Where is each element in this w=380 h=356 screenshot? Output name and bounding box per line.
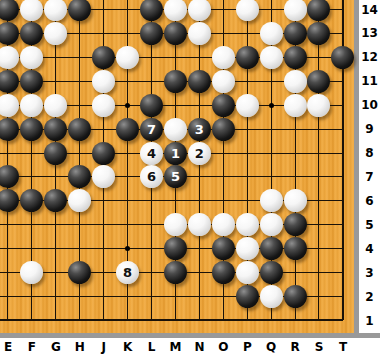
black-stone-J12 bbox=[92, 46, 115, 69]
board-point-L7[interactable]: 6 bbox=[140, 165, 164, 189]
white-stone-H6 bbox=[68, 189, 91, 212]
board-point-L3[interactable] bbox=[140, 261, 164, 285]
board-point-G1[interactable] bbox=[44, 309, 68, 333]
board-point-E12[interactable] bbox=[0, 45, 20, 69]
board-point-N1[interactable] bbox=[187, 309, 211, 333]
board-point-K7[interactable] bbox=[116, 165, 140, 189]
board-point-E7[interactable] bbox=[0, 165, 20, 189]
board-point-J2[interactable] bbox=[92, 285, 116, 309]
board-point-K12[interactable] bbox=[116, 45, 140, 69]
black-stone-M8: 1 bbox=[164, 142, 187, 165]
board-point-M13[interactable] bbox=[163, 21, 187, 45]
board-point-E1[interactable] bbox=[0, 309, 20, 333]
go-board: 73412658 bbox=[0, 0, 354, 333]
board-point-M1[interactable] bbox=[163, 309, 187, 333]
white-stone-P4 bbox=[236, 237, 259, 260]
black-stone-E6 bbox=[0, 189, 19, 212]
board-point-F11[interactable] bbox=[20, 69, 44, 93]
board-point-E5[interactable] bbox=[0, 213, 20, 237]
board-point-E8[interactable] bbox=[0, 141, 20, 165]
board-point-L2[interactable] bbox=[140, 285, 164, 309]
column-label-F: F bbox=[28, 339, 36, 355]
board-point-R1[interactable] bbox=[283, 309, 307, 333]
board-point-G6[interactable] bbox=[44, 189, 68, 213]
board-point-R12[interactable] bbox=[283, 45, 307, 69]
board-point-G8[interactable] bbox=[44, 141, 68, 165]
board-point-M4[interactable] bbox=[163, 237, 187, 261]
white-stone-P10 bbox=[236, 94, 259, 117]
board-point-M6[interactable] bbox=[163, 189, 187, 213]
board-point-N12[interactable] bbox=[187, 45, 211, 69]
board-point-N6[interactable] bbox=[187, 189, 211, 213]
board-point-M9[interactable] bbox=[163, 117, 187, 141]
board-point-L1[interactable] bbox=[140, 309, 164, 333]
board-point-L10[interactable] bbox=[140, 93, 164, 117]
board-point-O2[interactable] bbox=[211, 285, 235, 309]
white-stone-N5 bbox=[188, 213, 211, 236]
board-point-E3[interactable] bbox=[0, 261, 20, 285]
board-point-E11[interactable] bbox=[0, 69, 20, 93]
board-point-G14[interactable] bbox=[44, 0, 68, 21]
white-stone-R14 bbox=[284, 0, 307, 21]
board-point-J3[interactable] bbox=[92, 261, 116, 285]
board-point-T1[interactable] bbox=[331, 309, 355, 333]
board-point-M11[interactable] bbox=[163, 69, 187, 93]
board-point-L6[interactable] bbox=[140, 189, 164, 213]
black-stone-R5 bbox=[284, 213, 307, 236]
board-point-T14[interactable] bbox=[331, 0, 355, 21]
board-point-Q1[interactable] bbox=[259, 309, 283, 333]
board-point-G12[interactable] bbox=[44, 45, 68, 69]
board-point-M10[interactable] bbox=[163, 93, 187, 117]
board-point-M2[interactable] bbox=[163, 285, 187, 309]
white-stone-G10 bbox=[44, 94, 67, 117]
board-point-H4[interactable] bbox=[68, 237, 92, 261]
board-point-S13[interactable] bbox=[307, 21, 331, 45]
black-stone-K9 bbox=[116, 118, 139, 141]
board-point-Q7[interactable] bbox=[259, 165, 283, 189]
star-point-Q10 bbox=[269, 103, 274, 108]
board-point-H7[interactable] bbox=[68, 165, 92, 189]
board-point-J8[interactable] bbox=[92, 141, 116, 165]
row-label-12: 12 bbox=[359, 48, 380, 66]
board-point-J10[interactable] bbox=[92, 93, 116, 117]
board-point-K9[interactable] bbox=[116, 117, 140, 141]
black-stone-F9 bbox=[20, 118, 43, 141]
board-point-M8[interactable]: 1 bbox=[163, 141, 187, 165]
board-point-O9[interactable] bbox=[211, 117, 235, 141]
board-point-P3[interactable] bbox=[235, 261, 259, 285]
board-point-Q11[interactable] bbox=[259, 69, 283, 93]
white-stone-Q13 bbox=[260, 22, 283, 45]
board-point-G5[interactable] bbox=[44, 213, 68, 237]
black-stone-E14 bbox=[0, 0, 19, 21]
black-stone-R2 bbox=[284, 285, 307, 308]
white-stone-Q6 bbox=[260, 189, 283, 212]
black-stone-P2 bbox=[236, 285, 259, 308]
black-stone-F13 bbox=[20, 22, 43, 45]
row-label-6: 6 bbox=[359, 192, 380, 210]
board-point-F10[interactable] bbox=[20, 93, 44, 117]
white-stone-N14 bbox=[188, 0, 211, 21]
column-label-P: P bbox=[243, 339, 252, 355]
row-label-4: 4 bbox=[359, 240, 380, 258]
board-point-Q2[interactable] bbox=[259, 285, 283, 309]
board-point-P10[interactable] bbox=[235, 93, 259, 117]
board-point-J9[interactable] bbox=[92, 117, 116, 141]
board-point-G3[interactable] bbox=[44, 261, 68, 285]
board-point-Q9[interactable] bbox=[259, 117, 283, 141]
board-point-P9[interactable] bbox=[235, 117, 259, 141]
board-point-N11[interactable] bbox=[187, 69, 211, 93]
board-point-F4[interactable] bbox=[20, 237, 44, 261]
board-point-K8[interactable] bbox=[116, 141, 140, 165]
white-stone-J11 bbox=[92, 70, 115, 93]
black-stone-E11 bbox=[0, 70, 19, 93]
column-label-K: K bbox=[123, 339, 132, 355]
board-point-O11[interactable] bbox=[211, 69, 235, 93]
board-point-J13[interactable] bbox=[92, 21, 116, 45]
black-stone-Q3 bbox=[260, 261, 283, 284]
board-point-M7[interactable]: 5 bbox=[163, 165, 187, 189]
board-point-K13[interactable] bbox=[116, 21, 140, 45]
board-point-H13[interactable] bbox=[68, 21, 92, 45]
board-point-N2[interactable] bbox=[187, 285, 211, 309]
row-label-13: 13 bbox=[359, 24, 380, 42]
board-point-N3[interactable] bbox=[187, 261, 211, 285]
black-stone-O10 bbox=[212, 94, 235, 117]
board-point-K4[interactable] bbox=[116, 237, 140, 261]
board-point-N7[interactable] bbox=[187, 165, 211, 189]
black-stone-N9: 3 bbox=[188, 118, 211, 141]
board-point-P7[interactable] bbox=[235, 165, 259, 189]
board-point-E6[interactable] bbox=[0, 189, 20, 213]
white-stone-L8: 4 bbox=[140, 142, 163, 165]
column-label-J: J bbox=[101, 339, 105, 355]
black-stone-G6 bbox=[44, 189, 67, 212]
board-point-K14[interactable] bbox=[116, 0, 140, 21]
black-stone-L9: 7 bbox=[140, 118, 163, 141]
board-point-H5[interactable] bbox=[68, 213, 92, 237]
black-stone-O4 bbox=[212, 237, 235, 260]
board-point-P4[interactable] bbox=[235, 237, 259, 261]
board-point-R7[interactable] bbox=[283, 165, 307, 189]
board-point-R10[interactable] bbox=[283, 93, 307, 117]
black-stone-G9 bbox=[44, 118, 67, 141]
column-label-N: N bbox=[194, 339, 204, 355]
white-stone-O11 bbox=[212, 70, 235, 93]
board-point-L9[interactable]: 7 bbox=[140, 117, 164, 141]
board-point-F6[interactable] bbox=[20, 189, 44, 213]
board-point-H8[interactable] bbox=[68, 141, 92, 165]
board-point-G4[interactable] bbox=[44, 237, 68, 261]
row-label-10: 10 bbox=[359, 96, 380, 114]
board-point-Q12[interactable] bbox=[259, 45, 283, 69]
white-stone-M14 bbox=[164, 0, 187, 21]
board-point-L4[interactable] bbox=[140, 237, 164, 261]
board-point-L5[interactable] bbox=[140, 213, 164, 237]
white-stone-K12 bbox=[116, 46, 139, 69]
white-stone-Q2 bbox=[260, 285, 283, 308]
board-point-J12[interactable] bbox=[92, 45, 116, 69]
board-point-P13[interactable] bbox=[235, 21, 259, 45]
board-point-Q10[interactable] bbox=[259, 93, 283, 117]
white-stone-F12 bbox=[20, 46, 43, 69]
board-point-K1[interactable] bbox=[116, 309, 140, 333]
board-point-T13[interactable] bbox=[331, 21, 355, 45]
black-stone-E9 bbox=[0, 118, 19, 141]
board-point-S6[interactable] bbox=[307, 189, 331, 213]
board-point-S9[interactable] bbox=[307, 117, 331, 141]
board-point-H6[interactable] bbox=[68, 189, 92, 213]
board-point-P2[interactable] bbox=[235, 285, 259, 309]
black-stone-T12 bbox=[331, 46, 354, 69]
column-coordinate-margin: EFGHJKLMNOPQRST bbox=[0, 338, 380, 356]
board-point-S4[interactable] bbox=[307, 237, 331, 261]
board-point-S14[interactable] bbox=[307, 0, 331, 21]
board-point-F8[interactable] bbox=[20, 141, 44, 165]
board-point-O8[interactable] bbox=[211, 141, 235, 165]
board-point-R9[interactable] bbox=[283, 117, 307, 141]
board-point-Q8[interactable] bbox=[259, 141, 283, 165]
board-point-O5[interactable] bbox=[211, 213, 235, 237]
black-stone-R13 bbox=[284, 22, 307, 45]
black-stone-M13 bbox=[164, 22, 187, 45]
board-point-H9[interactable] bbox=[68, 117, 92, 141]
board-point-E4[interactable] bbox=[0, 237, 20, 261]
board-point-F2[interactable] bbox=[20, 285, 44, 309]
board-point-G7[interactable] bbox=[44, 165, 68, 189]
board-point-P1[interactable] bbox=[235, 309, 259, 333]
board-point-L8[interactable]: 4 bbox=[140, 141, 164, 165]
board-point-P6[interactable] bbox=[235, 189, 259, 213]
board-point-S8[interactable] bbox=[307, 141, 331, 165]
black-stone-M3 bbox=[164, 261, 187, 284]
board-point-F3[interactable] bbox=[20, 261, 44, 285]
black-stone-E13 bbox=[0, 22, 19, 45]
black-stone-F11 bbox=[20, 70, 43, 93]
board-point-S3[interactable] bbox=[307, 261, 331, 285]
board-point-F5[interactable] bbox=[20, 213, 44, 237]
board-point-O13[interactable] bbox=[211, 21, 235, 45]
board-point-T8[interactable] bbox=[331, 141, 355, 165]
board-point-O3[interactable] bbox=[211, 261, 235, 285]
white-stone-N8: 2 bbox=[188, 142, 211, 165]
board-point-P12[interactable] bbox=[235, 45, 259, 69]
black-stone-J8 bbox=[92, 142, 115, 165]
board-point-S5[interactable] bbox=[307, 213, 331, 237]
white-stone-G13 bbox=[44, 22, 67, 45]
white-stone-Q12 bbox=[260, 46, 283, 69]
white-stone-N13 bbox=[188, 22, 211, 45]
board-point-E13[interactable] bbox=[0, 21, 20, 45]
row-label-8: 8 bbox=[359, 144, 380, 162]
board-point-N5[interactable] bbox=[187, 213, 211, 237]
board-point-E10[interactable] bbox=[0, 93, 20, 117]
board-point-O6[interactable] bbox=[211, 189, 235, 213]
board-point-Q4[interactable] bbox=[259, 237, 283, 261]
white-stone-P3 bbox=[236, 261, 259, 284]
board-point-N10[interactable] bbox=[187, 93, 211, 117]
board-point-M5[interactable] bbox=[163, 213, 187, 237]
board-point-P5[interactable] bbox=[235, 213, 259, 237]
board-point-Q14[interactable] bbox=[259, 0, 283, 21]
board-point-T2[interactable] bbox=[331, 285, 355, 309]
board-point-R13[interactable] bbox=[283, 21, 307, 45]
column-label-G: G bbox=[51, 339, 61, 355]
white-stone-R10 bbox=[284, 94, 307, 117]
board-point-E2[interactable] bbox=[0, 285, 20, 309]
board-point-R6[interactable] bbox=[283, 189, 307, 213]
black-stone-L13 bbox=[140, 22, 163, 45]
row-label-2: 2 bbox=[359, 288, 380, 306]
board-point-O12[interactable] bbox=[211, 45, 235, 69]
board-point-T3[interactable] bbox=[331, 261, 355, 285]
black-stone-O3 bbox=[212, 261, 235, 284]
board-point-G11[interactable] bbox=[44, 69, 68, 93]
board-point-H10[interactable] bbox=[68, 93, 92, 117]
white-stone-L7: 6 bbox=[140, 165, 163, 188]
column-label-H: H bbox=[75, 339, 85, 355]
board-point-J1[interactable] bbox=[92, 309, 116, 333]
white-stone-F10 bbox=[20, 94, 43, 117]
board-point-M14[interactable] bbox=[163, 0, 187, 21]
black-stone-H14 bbox=[68, 0, 91, 21]
black-stone-O9 bbox=[212, 118, 235, 141]
black-stone-F6 bbox=[20, 189, 43, 212]
board-point-G9[interactable] bbox=[44, 117, 68, 141]
row-label-3: 3 bbox=[359, 264, 380, 282]
white-stone-E12 bbox=[0, 46, 19, 69]
board-point-P14[interactable] bbox=[235, 0, 259, 21]
board-point-J7[interactable] bbox=[92, 165, 116, 189]
board-point-Q13[interactable] bbox=[259, 21, 283, 45]
board-point-R3[interactable] bbox=[283, 261, 307, 285]
board-point-G2[interactable] bbox=[44, 285, 68, 309]
board-point-E9[interactable] bbox=[0, 117, 20, 141]
board-point-S10[interactable] bbox=[307, 93, 331, 117]
board-point-R4[interactable] bbox=[283, 237, 307, 261]
board-point-L14[interactable] bbox=[140, 0, 164, 21]
board-point-J4[interactable] bbox=[92, 237, 116, 261]
board-point-Q6[interactable] bbox=[259, 189, 283, 213]
board-point-F9[interactable] bbox=[20, 117, 44, 141]
board-point-H2[interactable] bbox=[68, 285, 92, 309]
board-point-R11[interactable] bbox=[283, 69, 307, 93]
board-point-H3[interactable] bbox=[68, 261, 92, 285]
column-label-O: O bbox=[218, 339, 228, 355]
board-point-T7[interactable] bbox=[331, 165, 355, 189]
board-point-H14[interactable] bbox=[68, 0, 92, 21]
board-point-P11[interactable] bbox=[235, 69, 259, 93]
board-point-T6[interactable] bbox=[331, 189, 355, 213]
board-point-G13[interactable] bbox=[44, 21, 68, 45]
board-point-L11[interactable] bbox=[140, 69, 164, 93]
black-stone-Q4 bbox=[260, 237, 283, 260]
board-point-T5[interactable] bbox=[331, 213, 355, 237]
board-point-S2[interactable] bbox=[307, 285, 331, 309]
white-stone-F14 bbox=[20, 0, 43, 21]
board-point-O14[interactable] bbox=[211, 0, 235, 21]
black-stone-G8 bbox=[44, 142, 67, 165]
board-point-S7[interactable] bbox=[307, 165, 331, 189]
board-point-K6[interactable] bbox=[116, 189, 140, 213]
black-stone-S13 bbox=[307, 22, 330, 45]
board-point-M3[interactable] bbox=[163, 261, 187, 285]
board-point-T11[interactable] bbox=[331, 69, 355, 93]
board-point-T10[interactable] bbox=[331, 93, 355, 117]
board-point-Q5[interactable] bbox=[259, 213, 283, 237]
star-point-K10 bbox=[125, 103, 130, 108]
board-point-G10[interactable] bbox=[44, 93, 68, 117]
board-point-R14[interactable] bbox=[283, 0, 307, 21]
white-stone-P14 bbox=[236, 0, 259, 21]
board-point-P8[interactable] bbox=[235, 141, 259, 165]
board-point-N9[interactable]: 3 bbox=[187, 117, 211, 141]
board-point-K11[interactable] bbox=[116, 69, 140, 93]
column-label-S: S bbox=[315, 339, 324, 355]
board-point-O4[interactable] bbox=[211, 237, 235, 261]
board-point-N14[interactable] bbox=[187, 0, 211, 21]
board-point-H11[interactable] bbox=[68, 69, 92, 93]
board-point-N4[interactable] bbox=[187, 237, 211, 261]
board-point-J5[interactable] bbox=[92, 213, 116, 237]
column-label-E: E bbox=[4, 339, 12, 355]
board-point-J6[interactable] bbox=[92, 189, 116, 213]
board-point-S12[interactable] bbox=[307, 45, 331, 69]
board-point-N8[interactable]: 2 bbox=[187, 141, 211, 165]
board-point-Q3[interactable] bbox=[259, 261, 283, 285]
board-point-F13[interactable] bbox=[20, 21, 44, 45]
board-point-E14[interactable] bbox=[0, 0, 20, 21]
board-point-T12[interactable] bbox=[331, 45, 355, 69]
white-stone-E10 bbox=[0, 94, 19, 117]
board-point-O10[interactable] bbox=[211, 93, 235, 117]
white-stone-Q5 bbox=[260, 213, 283, 236]
board-point-R5[interactable] bbox=[283, 213, 307, 237]
board-point-K5[interactable] bbox=[116, 213, 140, 237]
board-point-S11[interactable] bbox=[307, 69, 331, 93]
board-point-H1[interactable] bbox=[68, 309, 92, 333]
board-point-K2[interactable] bbox=[116, 285, 140, 309]
board-point-L12[interactable] bbox=[140, 45, 164, 69]
board-point-F12[interactable] bbox=[20, 45, 44, 69]
black-stone-M7: 5 bbox=[164, 165, 187, 188]
white-stone-J7 bbox=[92, 165, 115, 188]
board-point-F7[interactable] bbox=[20, 165, 44, 189]
board-point-M12[interactable] bbox=[163, 45, 187, 69]
white-stone-K3: 8 bbox=[116, 261, 139, 284]
board-point-R2[interactable] bbox=[283, 285, 307, 309]
board-point-J11[interactable] bbox=[92, 69, 116, 93]
board-point-F14[interactable] bbox=[20, 0, 44, 21]
board-point-R8[interactable] bbox=[283, 141, 307, 165]
black-stone-E7 bbox=[0, 165, 19, 188]
board-point-H12[interactable] bbox=[68, 45, 92, 69]
board-point-L13[interactable] bbox=[140, 21, 164, 45]
board-point-O1[interactable] bbox=[211, 309, 235, 333]
board-point-N13[interactable] bbox=[187, 21, 211, 45]
board-point-K10[interactable] bbox=[116, 93, 140, 117]
board-point-J14[interactable] bbox=[92, 0, 116, 21]
board-point-K3[interactable]: 8 bbox=[116, 261, 140, 285]
board-point-S1[interactable] bbox=[307, 309, 331, 333]
board-point-T4[interactable] bbox=[331, 237, 355, 261]
board-point-O7[interactable] bbox=[211, 165, 235, 189]
board-point-T9[interactable] bbox=[331, 117, 355, 141]
column-label-L: L bbox=[148, 339, 156, 355]
board-point-F1[interactable] bbox=[20, 309, 44, 333]
